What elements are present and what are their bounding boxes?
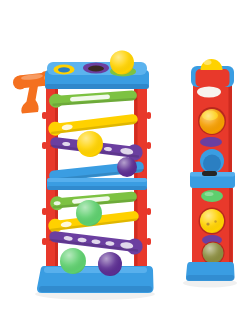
ball-fx: [77, 131, 103, 157]
ramp-green-1: [49, 88, 138, 108]
side-ball-orange: [198, 107, 226, 135]
side-hole-blue: [200, 149, 224, 173]
post-nub: [147, 112, 152, 119]
base-tray: [37, 266, 154, 293]
post-nub: [147, 238, 152, 245]
product-photo: [0, 0, 240, 329]
band-slot: [202, 171, 217, 176]
side-column-upper-shade: [229, 84, 233, 176]
ball-fx: [76, 200, 102, 226]
mid-band-lip: [47, 178, 147, 182]
ball-yellow-on-ramp: [77, 131, 103, 157]
post-nub: [147, 142, 152, 149]
hole-inner: [203, 155, 221, 173]
slot: [201, 190, 223, 202]
ball-green-base: [60, 248, 86, 274]
front-tower: [37, 51, 154, 294]
ball-purple-mid: [117, 157, 137, 177]
ball-yellow-top: [110, 51, 134, 75]
ball-fx: [98, 252, 122, 276]
side-ball-yellow: [199, 208, 226, 235]
ball-fx: [117, 157, 137, 177]
side-tower: [186, 59, 235, 281]
side-column-lower-shade: [229, 188, 233, 264]
platform-hole-yellow-inner: [58, 67, 70, 72]
side-top-ball-highlight: [204, 60, 212, 65]
ball-fx: [200, 209, 224, 233]
post-nub: [147, 208, 152, 215]
side-base: [186, 262, 235, 281]
platform-hole-purple-inner: [88, 66, 104, 72]
base-shade: [39, 286, 152, 292]
ball-fx: [60, 248, 86, 274]
post-nub: [42, 238, 47, 245]
side-cap: [191, 59, 234, 87]
ball-green-on-ramp: [76, 200, 102, 226]
side-top-ball: [201, 59, 223, 70]
side-slot-green: [201, 190, 223, 202]
ball-purple-base: [98, 252, 122, 276]
post-nub: [42, 208, 47, 215]
base-shade: [187, 275, 235, 281]
side-slot-white: [197, 87, 221, 98]
base-lip: [44, 267, 147, 273]
ramp-purple-2: [48, 228, 143, 255]
side-slot-purple-1: [200, 137, 222, 147]
ball-fx: [200, 109, 225, 134]
post-nub: [42, 142, 47, 149]
mid-band-shade: [47, 186, 147, 190]
slot-sheen: [205, 192, 214, 196]
toy-scene: [0, 0, 240, 329]
ball-fx: [110, 51, 134, 75]
platform-front-shade: [45, 84, 149, 89]
ball-fx: [203, 243, 224, 264]
side-ball-olive: [202, 242, 225, 265]
post-nub: [42, 112, 47, 119]
side-band: [190, 171, 235, 188]
cap-panel: [196, 69, 230, 87]
